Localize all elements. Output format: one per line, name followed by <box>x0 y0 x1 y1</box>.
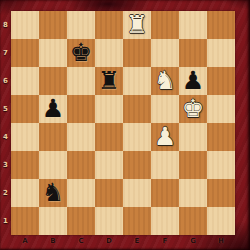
square-a1[interactable] <box>11 207 39 235</box>
square-e2[interactable] <box>123 179 151 207</box>
square-a7[interactable] <box>11 39 39 67</box>
square-g6[interactable]: ♟ <box>179 67 207 95</box>
square-b7[interactable] <box>39 39 67 67</box>
file-label-g: G <box>179 237 207 245</box>
square-h5[interactable] <box>207 95 235 123</box>
rank-label-6: 6 <box>0 77 11 85</box>
square-g3[interactable] <box>179 151 207 179</box>
square-d4[interactable] <box>95 123 123 151</box>
white-king[interactable]: ♚ <box>182 95 204 123</box>
rank-label-8: 8 <box>0 21 11 29</box>
file-label-a: A <box>11 237 39 245</box>
square-h8[interactable] <box>207 11 235 39</box>
rank-label-2: 2 <box>0 189 11 197</box>
square-b2[interactable]: ♞ <box>39 179 67 207</box>
rank-label-1: 1 <box>0 217 11 225</box>
square-e5[interactable] <box>123 95 151 123</box>
square-d8[interactable] <box>95 11 123 39</box>
black-pawn[interactable]: ♟ <box>182 67 204 95</box>
square-e4[interactable] <box>123 123 151 151</box>
square-c5[interactable] <box>67 95 95 123</box>
white-pawn[interactable]: ♟ <box>154 123 176 151</box>
square-f4[interactable]: ♟ <box>151 123 179 151</box>
square-b3[interactable] <box>39 151 67 179</box>
square-a4[interactable] <box>11 123 39 151</box>
square-d7[interactable] <box>95 39 123 67</box>
square-f8[interactable] <box>151 11 179 39</box>
square-f2[interactable] <box>151 179 179 207</box>
square-h3[interactable] <box>207 151 235 179</box>
square-e7[interactable] <box>123 39 151 67</box>
square-d6[interactable]: ♜ <box>95 67 123 95</box>
square-g1[interactable] <box>179 207 207 235</box>
square-g4[interactable] <box>179 123 207 151</box>
square-a3[interactable] <box>11 151 39 179</box>
square-g7[interactable] <box>179 39 207 67</box>
white-rook[interactable]: ♜ <box>126 11 148 39</box>
rank-label-3: 3 <box>0 161 11 169</box>
square-g2[interactable] <box>179 179 207 207</box>
square-d2[interactable] <box>95 179 123 207</box>
square-h1[interactable] <box>207 207 235 235</box>
chessboard: ♜♚♜♞♟♟♚♟♞ <box>11 11 235 235</box>
rank-label-5: 5 <box>0 105 11 113</box>
square-g5[interactable]: ♚ <box>179 95 207 123</box>
square-g8[interactable] <box>179 11 207 39</box>
square-f7[interactable] <box>151 39 179 67</box>
square-e3[interactable] <box>123 151 151 179</box>
square-h7[interactable] <box>207 39 235 67</box>
square-e6[interactable] <box>123 67 151 95</box>
square-d3[interactable] <box>95 151 123 179</box>
square-a5[interactable] <box>11 95 39 123</box>
file-label-h: H <box>207 237 235 245</box>
square-b5[interactable]: ♟ <box>39 95 67 123</box>
square-f3[interactable] <box>151 151 179 179</box>
file-label-e: E <box>123 237 151 245</box>
white-knight[interactable]: ♞ <box>154 67 176 95</box>
square-h6[interactable] <box>207 67 235 95</box>
square-e1[interactable] <box>123 207 151 235</box>
square-f1[interactable] <box>151 207 179 235</box>
square-b8[interactable] <box>39 11 67 39</box>
square-f5[interactable] <box>151 95 179 123</box>
file-label-f: F <box>151 237 179 245</box>
square-h4[interactable] <box>207 123 235 151</box>
square-h2[interactable] <box>207 179 235 207</box>
black-king[interactable]: ♚ <box>70 39 92 67</box>
square-c7[interactable]: ♚ <box>67 39 95 67</box>
square-d1[interactable] <box>95 207 123 235</box>
rank-label-7: 7 <box>0 49 11 57</box>
file-label-c: C <box>67 237 95 245</box>
square-f6[interactable]: ♞ <box>151 67 179 95</box>
file-label-b: B <box>39 237 67 245</box>
square-c1[interactable] <box>67 207 95 235</box>
black-pawn[interactable]: ♟ <box>42 95 64 123</box>
black-rook[interactable]: ♜ <box>98 67 120 95</box>
square-b4[interactable] <box>39 123 67 151</box>
square-a6[interactable] <box>11 67 39 95</box>
square-c3[interactable] <box>67 151 95 179</box>
square-a2[interactable] <box>11 179 39 207</box>
black-knight[interactable]: ♞ <box>42 179 64 207</box>
square-d5[interactable] <box>95 95 123 123</box>
square-c4[interactable] <box>67 123 95 151</box>
square-b6[interactable] <box>39 67 67 95</box>
file-label-d: D <box>95 237 123 245</box>
square-c2[interactable] <box>67 179 95 207</box>
square-c6[interactable] <box>67 67 95 95</box>
square-b1[interactable] <box>39 207 67 235</box>
chessboard-frame: ♜♚♜♞♟♟♚♟♞ 87654321ABCDEFGH <box>0 0 250 250</box>
square-c8[interactable] <box>67 11 95 39</box>
square-e8[interactable]: ♜ <box>123 11 151 39</box>
square-a8[interactable] <box>11 11 39 39</box>
rank-label-4: 4 <box>0 133 11 141</box>
